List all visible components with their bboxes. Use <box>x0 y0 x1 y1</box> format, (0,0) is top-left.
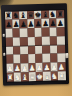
piece-white-knight-b1: ♞ <box>14 73 21 81</box>
square-h7: ♟ <box>56 18 64 27</box>
square-h1: ♜ <box>58 71 66 80</box>
piece-white-knight-g1: ♞ <box>51 72 58 80</box>
square-h6 <box>57 27 65 36</box>
square-h2: ♟ <box>58 62 66 71</box>
piece-white-queen-d1: ♛ <box>29 73 36 81</box>
piece-white-bishop-c1: ♝ <box>21 73 28 81</box>
latch-icon <box>65 53 68 58</box>
piece-white-bishop-f1: ♝ <box>43 73 50 81</box>
hinge-icon <box>3 53 5 56</box>
piece-white-rook-h1: ♜ <box>58 72 65 80</box>
hinge-icon <box>2 34 4 37</box>
square-h4 <box>57 45 65 54</box>
piece-white-king-e1: ♚ <box>36 73 43 81</box>
chess-board: ♜♞♝♛♚♝♞♜♟♟♟♟♟♟♟♟♟♟♟♟♟♟♟♟♜♞♝♛♚♝♞♜ <box>1 3 69 86</box>
square-h8: ♜ <box>56 10 64 19</box>
piece-white-rook-a1: ♜ <box>7 74 14 82</box>
square-h3 <box>57 53 65 62</box>
